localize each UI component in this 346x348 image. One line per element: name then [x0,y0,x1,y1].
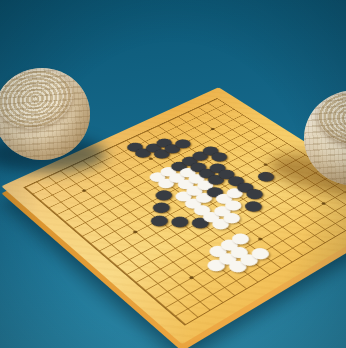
photo-scene: ●●●●●●●●●●●●●●●●●●●●●●●●●●●●●●●●●●●●●●●●… [0,0,346,348]
right-bowl-lid [315,88,346,150]
left-bowl-lid [0,62,79,137]
